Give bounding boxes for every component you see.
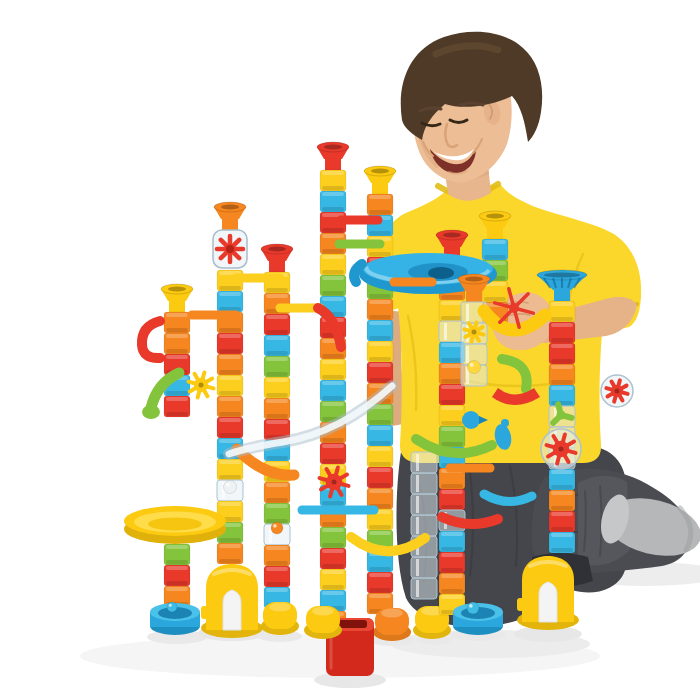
tower-waterwheel-tower [201, 202, 263, 638]
tower-saucer-column [150, 544, 200, 635]
marble [167, 602, 177, 612]
marble [224, 481, 237, 494]
gear-red-small [601, 375, 633, 407]
marble [271, 522, 283, 534]
yellow-saucer [124, 506, 226, 544]
track-red-curl [142, 321, 160, 358]
blue-bird-piece [462, 411, 480, 429]
product-photo [40, 16, 700, 700]
foot-base-yellow [304, 606, 342, 639]
chute-cup [142, 405, 160, 419]
marble [467, 602, 479, 614]
marble-run-scene [40, 16, 700, 700]
bird-head [501, 419, 509, 427]
gear-yellow [188, 372, 213, 397]
gear-red-cased [541, 429, 581, 469]
tower-hanging-yellow-funnel [161, 284, 193, 417]
